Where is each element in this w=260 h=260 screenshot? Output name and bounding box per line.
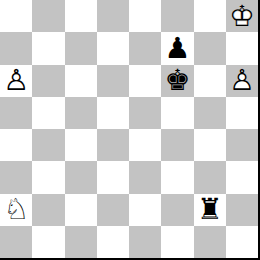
square-h2[interactable] bbox=[226, 194, 258, 226]
square-f1[interactable] bbox=[161, 226, 193, 258]
square-g2[interactable]: ♜ bbox=[194, 194, 226, 226]
chess-diagram: ♚♔♟♟♙♚♟♙♞♘♜ bbox=[0, 0, 260, 260]
square-a5[interactable] bbox=[0, 97, 32, 129]
square-b7[interactable] bbox=[32, 32, 64, 64]
white-pawn[interactable]: ♟♙ bbox=[229, 66, 255, 95]
square-f4[interactable] bbox=[161, 129, 193, 161]
square-c7[interactable] bbox=[65, 32, 97, 64]
square-g4[interactable] bbox=[194, 129, 226, 161]
square-e2[interactable] bbox=[129, 194, 161, 226]
square-b6[interactable] bbox=[32, 65, 64, 97]
square-g6[interactable] bbox=[194, 65, 226, 97]
square-a7[interactable] bbox=[0, 32, 32, 64]
square-a1[interactable] bbox=[0, 226, 32, 258]
square-h8[interactable]: ♚♔ bbox=[226, 0, 258, 32]
square-g3[interactable] bbox=[194, 161, 226, 193]
square-h1[interactable] bbox=[226, 226, 258, 258]
square-c6[interactable] bbox=[65, 65, 97, 97]
square-f8[interactable] bbox=[161, 0, 193, 32]
square-e3[interactable] bbox=[129, 161, 161, 193]
white-knight[interactable]: ♞♘ bbox=[3, 195, 29, 224]
square-b4[interactable] bbox=[32, 129, 64, 161]
square-g1[interactable] bbox=[194, 226, 226, 258]
square-d7[interactable] bbox=[97, 32, 129, 64]
square-e8[interactable] bbox=[129, 0, 161, 32]
square-f6[interactable]: ♚ bbox=[161, 65, 193, 97]
square-e6[interactable] bbox=[129, 65, 161, 97]
square-d5[interactable] bbox=[97, 97, 129, 129]
square-a2[interactable]: ♞♘ bbox=[0, 194, 32, 226]
white-pawn-glyph: ♙ bbox=[229, 66, 255, 95]
black-king[interactable]: ♚ bbox=[164, 66, 190, 95]
square-h7[interactable] bbox=[226, 32, 258, 64]
white-king[interactable]: ♚♔ bbox=[229, 2, 255, 31]
black-pawn[interactable]: ♟ bbox=[164, 34, 190, 63]
square-d6[interactable] bbox=[97, 65, 129, 97]
square-c8[interactable] bbox=[65, 0, 97, 32]
square-a6[interactable]: ♟♙ bbox=[0, 65, 32, 97]
square-h4[interactable] bbox=[226, 129, 258, 161]
square-a4[interactable] bbox=[0, 129, 32, 161]
white-knight-glyph: ♘ bbox=[3, 195, 29, 224]
square-b3[interactable] bbox=[32, 161, 64, 193]
white-pawn-glyph: ♙ bbox=[3, 66, 29, 95]
black-pawn-glyph: ♟ bbox=[164, 34, 190, 63]
white-pawn[interactable]: ♟♙ bbox=[3, 66, 29, 95]
square-d3[interactable] bbox=[97, 161, 129, 193]
square-d2[interactable] bbox=[97, 194, 129, 226]
chess-board: ♚♔♟♟♙♚♟♙♞♘♜ bbox=[0, 0, 258, 258]
square-d8[interactable] bbox=[97, 0, 129, 32]
square-c1[interactable] bbox=[65, 226, 97, 258]
square-a3[interactable] bbox=[0, 161, 32, 193]
square-e1[interactable] bbox=[129, 226, 161, 258]
black-king-glyph: ♚ bbox=[164, 66, 190, 95]
square-c4[interactable] bbox=[65, 129, 97, 161]
square-d4[interactable] bbox=[97, 129, 129, 161]
square-b8[interactable] bbox=[32, 0, 64, 32]
square-c3[interactable] bbox=[65, 161, 97, 193]
square-h6[interactable]: ♟♙ bbox=[226, 65, 258, 97]
white-king-glyph: ♔ bbox=[229, 2, 255, 31]
square-f7[interactable]: ♟ bbox=[161, 32, 193, 64]
square-c5[interactable] bbox=[65, 97, 97, 129]
square-g8[interactable] bbox=[194, 0, 226, 32]
square-h3[interactable] bbox=[226, 161, 258, 193]
square-f3[interactable] bbox=[161, 161, 193, 193]
square-h5[interactable] bbox=[226, 97, 258, 129]
square-c2[interactable] bbox=[65, 194, 97, 226]
square-f2[interactable] bbox=[161, 194, 193, 226]
square-e4[interactable] bbox=[129, 129, 161, 161]
square-e7[interactable] bbox=[129, 32, 161, 64]
square-a8[interactable] bbox=[0, 0, 32, 32]
square-e5[interactable] bbox=[129, 97, 161, 129]
black-rook[interactable]: ♜ bbox=[197, 195, 223, 224]
square-d1[interactable] bbox=[97, 226, 129, 258]
square-g5[interactable] bbox=[194, 97, 226, 129]
square-b1[interactable] bbox=[32, 226, 64, 258]
square-b2[interactable] bbox=[32, 194, 64, 226]
square-f5[interactable] bbox=[161, 97, 193, 129]
square-b5[interactable] bbox=[32, 97, 64, 129]
black-rook-glyph: ♜ bbox=[197, 195, 223, 224]
square-g7[interactable] bbox=[194, 32, 226, 64]
